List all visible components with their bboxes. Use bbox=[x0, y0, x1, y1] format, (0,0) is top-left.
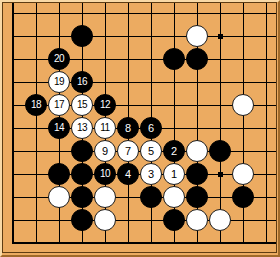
stone-black-move-2[interactable]: 2 bbox=[163, 140, 185, 162]
stone-black-move-4[interactable]: 4 bbox=[117, 163, 139, 185]
stone-white-move-13[interactable]: 13 bbox=[71, 117, 93, 139]
grid-hline bbox=[12, 242, 277, 244]
stone-white[interactable] bbox=[232, 163, 254, 185]
stone-black[interactable] bbox=[71, 25, 93, 47]
stone-black-move-14[interactable]: 14 bbox=[48, 117, 70, 139]
stone-black[interactable] bbox=[71, 140, 93, 162]
stone-black[interactable] bbox=[186, 48, 208, 70]
stone-white-move-17[interactable]: 17 bbox=[48, 94, 70, 116]
grid-hline bbox=[12, 220, 277, 221]
stone-black[interactable] bbox=[209, 140, 231, 162]
stone-black-move-16[interactable]: 16 bbox=[71, 71, 93, 93]
stone-black[interactable] bbox=[71, 163, 93, 185]
stone-white-move-1[interactable]: 1 bbox=[163, 163, 185, 185]
grid-vline bbox=[36, 3, 37, 244]
stone-white[interactable] bbox=[48, 186, 70, 208]
stone-black-move-10[interactable]: 10 bbox=[94, 163, 116, 185]
stone-black[interactable] bbox=[186, 163, 208, 185]
stone-white-move-19[interactable]: 19 bbox=[48, 71, 70, 93]
grid-vline bbox=[266, 3, 267, 244]
star-point bbox=[218, 172, 223, 177]
stone-white[interactable] bbox=[186, 25, 208, 47]
go-board[interactable]: 2019161817151214131186975210431 bbox=[0, 0, 280, 257]
star-point bbox=[218, 34, 223, 39]
stone-black-move-20[interactable]: 20 bbox=[48, 48, 70, 70]
stone-black-move-18[interactable]: 18 bbox=[25, 94, 47, 116]
stone-white-move-9[interactable]: 9 bbox=[94, 140, 116, 162]
stone-white[interactable] bbox=[163, 186, 185, 208]
stone-white-move-5[interactable]: 5 bbox=[140, 140, 162, 162]
stone-white-move-15[interactable]: 15 bbox=[71, 94, 93, 116]
stone-black-move-6[interactable]: 6 bbox=[140, 117, 162, 139]
stone-white[interactable] bbox=[94, 209, 116, 231]
stone-black[interactable] bbox=[163, 48, 185, 70]
stone-white[interactable] bbox=[186, 140, 208, 162]
grid-hline bbox=[12, 36, 277, 37]
stone-white-move-3[interactable]: 3 bbox=[140, 163, 162, 185]
stone-white[interactable] bbox=[94, 186, 116, 208]
grid-vline bbox=[220, 3, 221, 244]
stone-black-move-8[interactable]: 8 bbox=[117, 117, 139, 139]
stone-black[interactable] bbox=[186, 186, 208, 208]
stone-black[interactable] bbox=[71, 186, 93, 208]
stone-black-move-12[interactable]: 12 bbox=[94, 94, 116, 116]
stone-black[interactable] bbox=[140, 186, 162, 208]
stone-black[interactable] bbox=[48, 163, 70, 185]
stone-black[interactable] bbox=[71, 209, 93, 231]
stone-white[interactable] bbox=[186, 209, 208, 231]
grid-vline bbox=[12, 3, 14, 244]
stone-black[interactable] bbox=[232, 186, 254, 208]
stone-white[interactable] bbox=[209, 209, 231, 231]
stone-white-move-11[interactable]: 11 bbox=[94, 117, 116, 139]
stone-white[interactable] bbox=[232, 94, 254, 116]
grid-hline bbox=[12, 13, 277, 14]
stone-white-move-7[interactable]: 7 bbox=[117, 140, 139, 162]
stone-black[interactable] bbox=[163, 209, 185, 231]
